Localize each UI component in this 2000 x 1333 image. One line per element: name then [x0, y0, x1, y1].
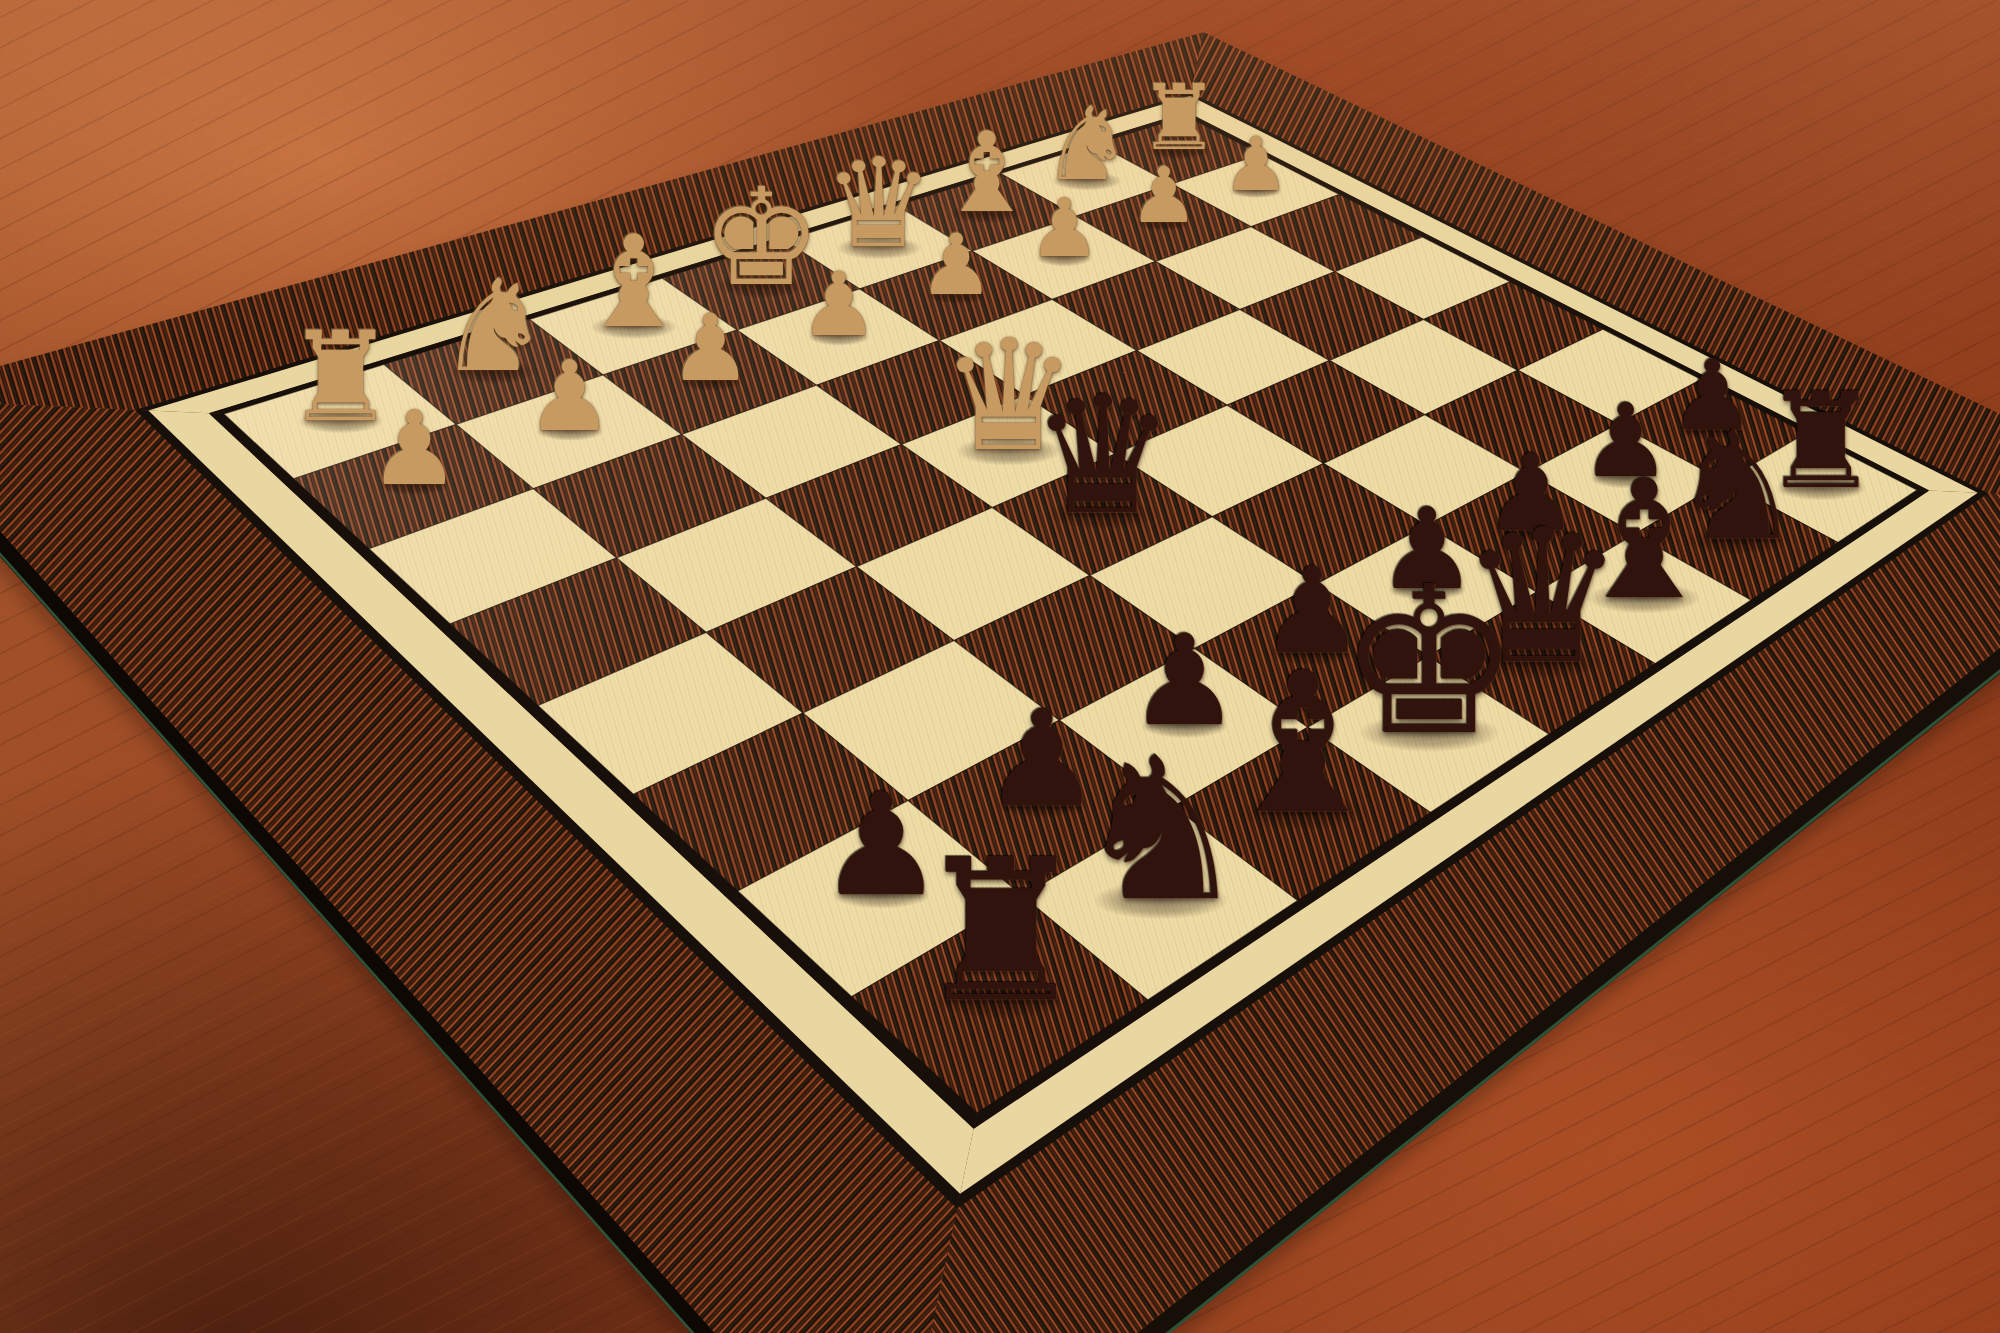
white-pawn-g2[interactable]: ♟	[526, 348, 613, 445]
table-surface: ♜♞♟♝♟♛♟♚♟♝♟♞♟♜♟♟♛♟♟♜♛♟♞♟♝♟♛♟♚♟♝♟♞♜	[0, 0, 2000, 1333]
white-pawn-b2[interactable]: ♟	[1129, 157, 1198, 234]
white-pawn-d2[interactable]: ♟	[919, 223, 995, 307]
white-pawn-c2[interactable]: ♟	[1028, 189, 1100, 270]
white-pawn-icon: ♟	[368, 398, 460, 501]
white-pawn-icon: ♟	[669, 303, 752, 396]
white-queen-d1[interactable]: ♛	[824, 142, 935, 265]
white-pawn-icon: ♟	[799, 261, 878, 349]
white-knight-b1[interactable]: ♞	[1041, 94, 1132, 195]
white-queen-icon: ♛	[824, 142, 935, 265]
white-pawn-icon: ♟	[1028, 189, 1100, 270]
black-rook-h8[interactable]: ♜	[913, 834, 1089, 1030]
white-pawn-icon: ♟	[526, 348, 613, 445]
black-extra-queen-e5[interactable]: ♛	[1030, 375, 1176, 538]
white-knight-icon: ♞	[1041, 94, 1132, 195]
white-pawn-f2[interactable]: ♟	[669, 303, 752, 396]
black-knight-g8[interactable]: ♞	[1073, 732, 1250, 929]
black-knight-icon: ♞	[1073, 732, 1250, 929]
white-pawn-e2[interactable]: ♟	[799, 261, 878, 349]
white-pawn-icon: ♟	[1129, 157, 1198, 234]
black-rook-icon: ♜	[913, 834, 1089, 1030]
white-pawn-h2[interactable]: ♟	[368, 398, 460, 501]
white-pawn-icon: ♟	[919, 223, 995, 307]
white-pawn-a2[interactable]: ♟	[1223, 127, 1290, 201]
pieces-layer: ♜♞♟♝♟♛♟♚♟♝♟♞♟♜♟♟♛♟♟♜♛♟♞♟♝♟♛♟♚♟♝♟♞♜	[0, 0, 2000, 1333]
white-bishop-c1[interactable]: ♝	[937, 118, 1036, 229]
white-pawn-icon: ♟	[1223, 127, 1290, 201]
white-bishop-icon: ♝	[937, 118, 1036, 229]
black-queen-icon: ♛	[1030, 375, 1176, 538]
